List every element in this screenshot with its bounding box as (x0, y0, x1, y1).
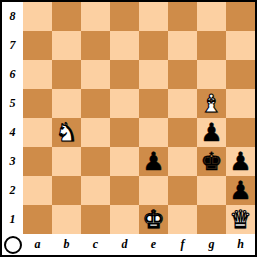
square-c8[interactable] (81, 2, 110, 31)
square-e8[interactable] (139, 2, 168, 31)
piece-white-knight[interactable]: ♞ (55, 118, 77, 147)
square-g5[interactable]: ♝ (197, 89, 226, 118)
square-b2[interactable] (52, 176, 81, 205)
square-h5[interactable] (226, 89, 255, 118)
rank-label-1: 1 (2, 205, 23, 234)
square-b4[interactable]: ♞ (52, 118, 81, 147)
rank-label-6: 6 (2, 60, 23, 89)
square-c7[interactable] (81, 31, 110, 60)
white-to-move-circle-icon (4, 236, 22, 254)
file-label-b: b (52, 234, 81, 255)
square-h7[interactable] (226, 31, 255, 60)
square-c1[interactable] (81, 205, 110, 234)
square-b8[interactable] (52, 2, 81, 31)
square-c4[interactable] (81, 118, 110, 147)
square-e7[interactable] (139, 31, 168, 60)
file-label-g: g (197, 234, 226, 255)
square-h8[interactable] (226, 2, 255, 31)
square-d8[interactable] (110, 2, 139, 31)
square-a6[interactable] (23, 60, 52, 89)
square-b5[interactable] (52, 89, 81, 118)
piece-black-king[interactable]: ♚ (200, 147, 222, 176)
square-g8[interactable] (197, 2, 226, 31)
square-b6[interactable] (52, 60, 81, 89)
file-label-e: e (139, 234, 168, 255)
chess-diagram: 8765♝4♞♟3♟♚♟2♟1♚♛abcdefgh (0, 0, 257, 257)
square-a7[interactable] (23, 31, 52, 60)
rank-label-7: 7 (2, 31, 23, 60)
square-e3[interactable]: ♟ (139, 147, 168, 176)
square-e2[interactable] (139, 176, 168, 205)
square-e6[interactable] (139, 60, 168, 89)
piece-white-queen[interactable]: ♛ (229, 205, 251, 234)
square-h6[interactable] (226, 60, 255, 89)
rank-label-3: 3 (2, 147, 23, 176)
square-g6[interactable] (197, 60, 226, 89)
square-c5[interactable] (81, 89, 110, 118)
square-g1[interactable] (197, 205, 226, 234)
square-a3[interactable] (23, 147, 52, 176)
square-a4[interactable] (23, 118, 52, 147)
square-d6[interactable] (110, 60, 139, 89)
piece-white-bishop[interactable]: ♝ (200, 89, 222, 118)
square-g7[interactable] (197, 31, 226, 60)
square-d1[interactable] (110, 205, 139, 234)
file-label-h: h (226, 234, 255, 255)
square-a5[interactable] (23, 89, 52, 118)
square-c2[interactable] (81, 176, 110, 205)
piece-black-pawn[interactable]: ♟ (200, 118, 222, 147)
rank-label-2: 2 (2, 176, 23, 205)
turn-indicator-corner (2, 234, 23, 255)
rank-label-8: 8 (2, 2, 23, 31)
square-d4[interactable] (110, 118, 139, 147)
square-b3[interactable] (52, 147, 81, 176)
square-c6[interactable] (81, 60, 110, 89)
square-a2[interactable] (23, 176, 52, 205)
square-h3[interactable]: ♟ (226, 147, 255, 176)
square-b1[interactable] (52, 205, 81, 234)
square-f6[interactable] (168, 60, 197, 89)
square-f7[interactable] (168, 31, 197, 60)
square-a8[interactable] (23, 2, 52, 31)
square-f4[interactable] (168, 118, 197, 147)
piece-black-pawn[interactable]: ♟ (229, 176, 251, 205)
square-f2[interactable] (168, 176, 197, 205)
square-f1[interactable] (168, 205, 197, 234)
square-h1[interactable]: ♛ (226, 205, 255, 234)
square-g4[interactable]: ♟ (197, 118, 226, 147)
square-b7[interactable] (52, 31, 81, 60)
square-g2[interactable] (197, 176, 226, 205)
piece-white-king[interactable]: ♚ (142, 205, 164, 234)
piece-black-pawn[interactable]: ♟ (229, 147, 251, 176)
square-h4[interactable] (226, 118, 255, 147)
rank-label-4: 4 (2, 118, 23, 147)
square-d3[interactable] (110, 147, 139, 176)
square-h2[interactable]: ♟ (226, 176, 255, 205)
square-e1[interactable]: ♚ (139, 205, 168, 234)
square-f8[interactable] (168, 2, 197, 31)
square-f5[interactable] (168, 89, 197, 118)
square-g3[interactable]: ♚ (197, 147, 226, 176)
chess-board: 8765♝4♞♟3♟♚♟2♟1♚♛abcdefgh (2, 2, 255, 255)
file-label-a: a (23, 234, 52, 255)
file-label-d: d (110, 234, 139, 255)
piece-black-pawn[interactable]: ♟ (142, 147, 164, 176)
square-f3[interactable] (168, 147, 197, 176)
square-d2[interactable] (110, 176, 139, 205)
square-d7[interactable] (110, 31, 139, 60)
square-e5[interactable] (139, 89, 168, 118)
square-c3[interactable] (81, 147, 110, 176)
file-label-f: f (168, 234, 197, 255)
file-label-c: c (81, 234, 110, 255)
square-d5[interactable] (110, 89, 139, 118)
square-a1[interactable] (23, 205, 52, 234)
rank-label-5: 5 (2, 89, 23, 118)
square-e4[interactable] (139, 118, 168, 147)
